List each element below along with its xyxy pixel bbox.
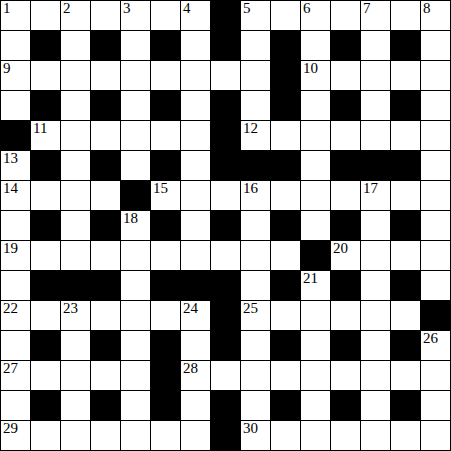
cell-r2c3[interactable] [91,61,120,90]
cell-r12c5 [151,361,180,390]
cell-r3c9 [271,91,300,120]
clue-number: 17 [363,181,378,196]
cell-r6c14[interactable] [421,181,450,210]
cell-r12c8[interactable] [241,361,270,390]
clue-number: 27 [3,361,18,376]
cell-r13c6[interactable] [181,391,210,420]
cell-r8c8[interactable] [241,241,270,270]
cell-r7c5 [151,211,180,240]
cell-r9c6 [181,271,210,300]
cell-r1c0[interactable] [1,31,30,60]
cell-r8c14[interactable] [421,241,450,270]
cell-r1c7 [211,31,240,60]
cell-r4c13[interactable] [391,121,420,150]
cell-r5c4[interactable] [121,151,150,180]
cell-r7c0[interactable] [1,211,30,240]
cell-r7c2[interactable] [61,211,90,240]
cell-r1c12[interactable] [361,31,390,60]
clue-number: 4 [183,1,191,16]
cell-r6c3[interactable] [91,181,120,210]
cell-r4c6[interactable] [181,121,210,150]
cell-r10c0[interactable]: 22 [1,301,30,330]
cell-r12c1[interactable] [31,361,60,390]
cell-r8c3[interactable] [91,241,120,270]
cell-r10c11[interactable] [331,301,360,330]
cell-r11c6[interactable] [181,331,210,360]
cell-r7c8[interactable] [241,211,270,240]
cell-r8c7[interactable] [211,241,240,270]
cell-r2c12[interactable] [361,61,390,90]
cell-r6c6[interactable] [181,181,210,210]
cell-r10c1[interactable] [31,301,60,330]
cell-r14c1[interactable] [31,421,60,450]
cell-r1c6[interactable] [181,31,210,60]
cell-r13c0[interactable] [1,391,30,420]
cell-r5c11 [331,151,360,180]
cell-r3c4[interactable] [121,91,150,120]
cell-r7c13 [391,211,420,240]
cell-r10c13[interactable] [391,301,420,330]
cell-r1c5 [151,31,180,60]
cell-r13c4[interactable] [121,391,150,420]
cell-r2c14[interactable] [421,61,450,90]
cell-r13c12[interactable] [361,391,390,420]
cell-r2c8[interactable] [241,61,270,90]
cell-r0c11[interactable] [331,1,360,30]
cell-r1c2[interactable] [61,31,90,60]
cell-r6c0[interactable]: 14 [1,181,30,210]
cell-r1c4[interactable] [121,31,150,60]
cell-r10c10[interactable] [301,301,330,330]
cell-r14c4[interactable] [121,421,150,450]
cell-r6c7[interactable] [211,181,240,210]
cell-r8c4[interactable] [121,241,150,270]
cell-r13c5 [151,391,180,420]
clue-number: 21 [303,271,318,286]
cell-r0c5[interactable] [151,1,180,30]
cell-r2c13[interactable] [391,61,420,90]
cell-r8c1[interactable] [31,241,60,270]
clue-number: 9 [3,61,11,76]
cell-r1c1 [31,31,60,60]
clue-number: 3 [123,1,131,16]
cell-r1c11 [331,31,360,60]
cell-r10c9[interactable] [271,301,300,330]
cell-r4c10[interactable] [301,121,330,150]
cell-r7c11 [331,211,360,240]
cell-r7c6[interactable] [181,211,210,240]
cell-r11c12[interactable] [361,331,390,360]
cell-r0c13[interactable] [391,1,420,30]
cell-r0c3[interactable] [91,1,120,30]
cell-r4c1[interactable]: 11 [31,121,60,150]
clue-number: 15 [153,181,168,196]
clue-number: 12 [243,121,258,136]
cell-r12c6[interactable]: 28 [181,361,210,390]
cell-r8c2[interactable] [61,241,90,270]
cell-r5c9 [271,151,300,180]
cell-r2c6[interactable] [181,61,210,90]
cell-r10c3[interactable] [91,301,120,330]
cell-r1c14[interactable] [421,31,450,60]
cell-r14c2[interactable] [61,421,90,450]
cell-r9c8[interactable] [241,271,270,300]
clue-number: 30 [243,421,258,436]
cell-r3c3 [91,91,120,120]
cell-r6c4 [121,181,150,210]
clue-number: 1 [3,1,11,16]
cell-r2c4[interactable] [121,61,150,90]
clue-number: 20 [333,241,348,256]
cell-r2c9 [271,61,300,90]
cell-r4c5[interactable] [151,121,180,150]
cell-r14c3[interactable] [91,421,120,450]
cell-r12c11[interactable] [331,361,360,390]
cell-r4c11[interactable] [331,121,360,150]
cell-r13c9 [271,391,300,420]
cell-r9c4[interactable] [121,271,150,300]
cell-r9c1 [31,271,60,300]
clue-number: 6 [303,1,311,16]
cell-r4c4[interactable] [121,121,150,150]
clue-number: 29 [3,421,18,436]
clue-number: 23 [63,301,78,316]
cell-r13c14[interactable] [421,391,450,420]
clue-number: 28 [183,361,198,376]
clue-number: 16 [243,181,258,196]
cell-r10c4[interactable] [121,301,150,330]
cell-r0c8[interactable]: 5 [241,1,270,30]
cell-r11c2[interactable] [61,331,90,360]
cell-r10c12[interactable] [361,301,390,330]
cell-r3c14[interactable] [421,91,450,120]
cell-r4c2[interactable] [61,121,90,150]
cell-r3c7 [211,91,240,120]
cell-r9c11 [331,271,360,300]
cell-r3c8[interactable] [241,91,270,120]
cell-r14c6[interactable] [181,421,210,450]
cell-r9c2 [61,271,90,300]
cell-r10c8[interactable]: 25 [241,301,270,330]
cell-r3c11 [331,91,360,120]
clue-number: 26 [423,331,438,346]
cell-r1c9 [271,31,300,60]
cell-r14c10[interactable] [301,421,330,450]
cell-r8c6[interactable] [181,241,210,270]
cell-r8c5[interactable] [151,241,180,270]
cell-r1c10[interactable] [301,31,330,60]
cell-r11c14[interactable]: 26 [421,331,450,360]
cell-r12c4[interactable] [121,361,150,390]
cell-r5c14[interactable] [421,151,450,180]
cell-r5c0[interactable]: 13 [1,151,30,180]
cell-r4c0 [1,121,30,150]
cell-r3c12[interactable] [361,91,390,120]
cell-r13c1 [31,391,60,420]
cell-r7c1 [31,211,60,240]
cell-r11c13 [391,331,420,360]
cell-r14c5[interactable] [151,421,180,450]
cell-r7c7 [211,211,240,240]
clue-number: 25 [243,301,258,316]
cell-r9c10[interactable]: 21 [301,271,330,300]
cell-r11c0[interactable] [1,331,30,360]
cell-r4c3[interactable] [91,121,120,150]
cell-r5c8 [241,151,270,180]
cell-r11c7 [211,331,240,360]
cell-r6c9[interactable] [271,181,300,210]
cell-r5c5 [151,151,180,180]
cell-r12c9[interactable] [271,361,300,390]
cell-r6c5[interactable]: 15 [151,181,180,210]
cell-r11c10[interactable] [301,331,330,360]
cell-r7c3 [91,211,120,240]
clue-number: 5 [243,1,251,16]
cell-r7c4[interactable]: 18 [121,211,150,240]
cell-r6c1[interactable] [31,181,60,210]
cell-r7c9 [271,211,300,240]
cell-r13c13 [391,391,420,420]
cell-r13c2[interactable] [61,391,90,420]
cell-r2c10[interactable]: 10 [301,61,330,90]
cell-r3c2[interactable] [61,91,90,120]
cell-r11c9 [271,331,300,360]
cell-r5c1 [31,151,60,180]
cell-r5c10[interactable] [301,151,330,180]
clue-number: 13 [3,151,18,166]
cell-r0c1[interactable] [31,1,60,30]
cell-r4c7 [211,121,240,150]
cell-r2c2[interactable] [61,61,90,90]
cell-r11c4[interactable] [121,331,150,360]
cell-r5c7 [211,151,240,180]
cell-r0c10[interactable]: 6 [301,1,330,30]
cell-r14c9[interactable] [271,421,300,450]
cell-r2c5[interactable] [151,61,180,90]
cell-r13c7 [211,391,240,420]
cell-r11c3 [91,331,120,360]
cell-r3c0[interactable] [1,91,30,120]
cell-r14c0[interactable]: 29 [1,421,30,450]
cell-r8c10 [301,241,330,270]
cell-r2c11[interactable] [331,61,360,90]
clue-number: 7 [363,1,371,16]
clue-number: 8 [423,1,431,16]
clue-number: 10 [303,61,318,76]
cell-r10c5[interactable] [151,301,180,330]
cell-r8c11[interactable]: 20 [331,241,360,270]
cell-r2c0[interactable]: 9 [1,61,30,90]
cell-r9c9 [271,271,300,300]
cell-r11c8[interactable] [241,331,270,360]
cell-r9c5 [151,271,180,300]
cell-r4c9[interactable] [271,121,300,150]
cell-r12c0[interactable]: 27 [1,361,30,390]
cell-r12c3[interactable] [91,361,120,390]
cell-r0c7 [211,1,240,30]
cell-r12c13[interactable] [391,361,420,390]
cell-r2c7[interactable] [211,61,240,90]
cell-r9c3 [91,271,120,300]
cell-r6c11[interactable] [331,181,360,210]
crossword-board: 1234567891011121314151617181920212223242… [0,0,451,451]
cell-r9c13 [391,271,420,300]
cell-r9c14[interactable] [421,271,450,300]
cell-r9c7 [211,271,240,300]
cell-r7c10[interactable] [301,211,330,240]
cell-r11c11 [331,331,360,360]
cell-r13c10[interactable] [301,391,330,420]
cell-r14c7 [211,421,240,450]
cell-r11c5 [151,331,180,360]
cell-r14c12[interactable] [361,421,390,450]
cell-r9c0[interactable] [1,271,30,300]
clue-number: 11 [33,121,47,136]
cell-r6c13[interactable] [391,181,420,210]
clue-number: 14 [3,181,18,196]
cell-r2c1[interactable] [31,61,60,90]
cell-r10c6[interactable]: 24 [181,301,210,330]
cell-r14c13[interactable] [391,421,420,450]
cell-r8c0[interactable]: 19 [1,241,30,270]
clue-number: 19 [3,241,18,256]
cell-r13c3 [91,391,120,420]
cell-r0c9[interactable] [271,1,300,30]
cell-r6c8[interactable]: 16 [241,181,270,210]
cell-r14c8[interactable]: 30 [241,421,270,450]
cell-r12c12[interactable] [361,361,390,390]
cell-r14c14[interactable] [421,421,450,450]
cell-r4c14[interactable] [421,121,450,150]
cell-r12c7[interactable] [211,361,240,390]
cell-r7c12[interactable] [361,211,390,240]
cell-r12c2[interactable] [61,361,90,390]
cell-r1c8[interactable] [241,31,270,60]
cell-r5c3 [91,151,120,180]
cell-r13c8[interactable] [241,391,270,420]
cell-r4c8[interactable]: 12 [241,121,270,150]
cell-r6c12[interactable]: 17 [361,181,390,210]
cell-r10c7 [211,301,240,330]
cell-r3c5 [151,91,180,120]
clue-number: 24 [183,301,198,316]
cell-r3c1 [31,91,60,120]
cell-r14c11[interactable] [331,421,360,450]
cell-r0c0[interactable]: 1 [1,1,30,30]
cell-r12c14[interactable] [421,361,450,390]
cell-r5c12 [361,151,390,180]
cell-r6c10[interactable] [301,181,330,210]
cell-r0c12[interactable]: 7 [361,1,390,30]
cell-r3c6[interactable] [181,91,210,120]
cell-r3c10[interactable] [301,91,330,120]
cell-r4c12[interactable] [361,121,390,150]
clue-number: 22 [3,301,18,316]
cell-r10c2[interactable]: 23 [61,301,90,330]
cell-r8c13[interactable] [391,241,420,270]
cell-r0c14[interactable]: 8 [421,1,450,30]
cell-r8c12[interactable] [361,241,390,270]
cell-r9c12[interactable] [361,271,390,300]
clue-number: 18 [123,211,138,226]
cell-r11c1 [31,331,60,360]
cell-r6c2[interactable] [61,181,90,210]
cell-r7c14[interactable] [421,211,450,240]
cell-r5c13 [391,151,420,180]
cell-r5c2[interactable] [61,151,90,180]
cell-r1c13 [391,31,420,60]
cell-r8c9[interactable] [271,241,300,270]
cell-r12c10[interactable] [301,361,330,390]
cell-r0c6[interactable]: 4 [181,1,210,30]
cell-r5c6[interactable] [181,151,210,180]
cell-r13c11 [331,391,360,420]
cell-r1c3 [91,31,120,60]
clue-number: 2 [63,1,71,16]
cell-r0c2[interactable]: 2 [61,1,90,30]
cell-r10c14 [421,301,450,330]
cell-r0c4[interactable]: 3 [121,1,150,30]
cell-r3c13 [391,91,420,120]
